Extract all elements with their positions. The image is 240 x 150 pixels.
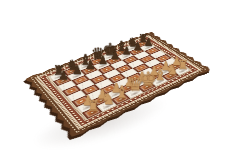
black-pawn: ♟ [71,64,82,76]
black-pawn: ♟ [84,59,95,71]
board-grid: ♜♞♝♛♚♝♞♜♟♟♟♟♟♟♟♟♟♟♟♟♟♟♟♟♜♞♝♛♚♝♞♜ [48,40,189,119]
square-b6 [71,75,89,85]
white-bishop: ♝ [114,84,129,100]
black-pawn: ♟ [132,41,142,52]
mosaic-band-red: ♜♞♝♛♚♝♞♜♟♟♟♟♟♟♟♟♟♟♟♟♟♟♟♟♜♞♝♛♚♝♞♜ [39,37,198,126]
chess-board: ♜♞♝♛♚♝♞♜♟♟♟♟♟♟♟♟♟♟♟♟♟♟♟♟♜♞♝♛♚♝♞♜ [25,31,212,138]
chess-set-photo: ♜♞♝♛♚♝♞♜♟♟♟♟♟♟♟♟♟♟♟♟♟♟♟♟♜♞♝♛♚♝♞♜ [0,0,240,150]
black-pawn: ♟ [57,70,68,82]
mosaic-band-inner: ♜♞♝♛♚♝♞♜♟♟♟♟♟♟♟♟♟♟♟♟♟♟♟♟♜♞♝♛♚♝♞♜ [45,39,192,121]
white-rook: ♜ [86,98,100,113]
board-frame: ♜♞♝♛♚♝♞♜♟♟♟♟♟♟♟♟♟♟♟♟♟♟♟♟♜♞♝♛♚♝♞♜ [25,31,212,138]
black-pawn: ♟ [97,55,107,67]
photo-scene: ♜♞♝♛♚♝♞♜♟♟♟♟♟♟♟♟♟♟♟♟♟♟♟♟♜♞♝♛♚♝♞♜ [0,0,240,150]
black-pawn: ♟ [109,50,119,61]
square-a1: ♜ [81,106,102,119]
white-knight: ♞ [100,91,114,107]
white-rook: ♜ [177,58,189,71]
black-pawn: ♟ [121,46,131,57]
black-pawn: ♟ [143,37,153,48]
